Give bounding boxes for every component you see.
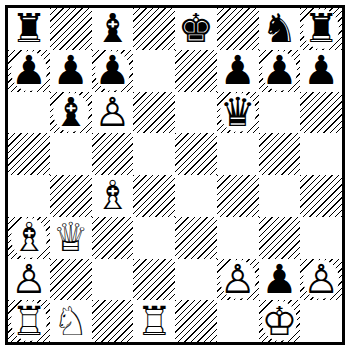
piece-black-rook: ♜ bbox=[11, 8, 47, 49]
square-e8[interactable]: ♚ bbox=[175, 8, 217, 50]
chess-board-frame: ♜♝♚♞♜♟♟♟♟♟♟♝♙♛♗♗♕♙♙♟♙♖♘♖♔ bbox=[5, 5, 345, 345]
piece-black-queen: ♛ bbox=[220, 92, 256, 133]
square-f1[interactable] bbox=[217, 300, 259, 342]
piece-black-bishop: ♝ bbox=[53, 92, 89, 133]
piece-white-bishop: ♗ bbox=[11, 217, 47, 258]
square-f5[interactable] bbox=[217, 133, 259, 175]
piece-white-bishop: ♗ bbox=[94, 175, 130, 216]
square-g5[interactable] bbox=[259, 133, 301, 175]
square-e2[interactable] bbox=[175, 259, 217, 301]
square-h8[interactable]: ♜ bbox=[300, 8, 342, 50]
square-e7[interactable] bbox=[175, 50, 217, 92]
square-b8[interactable] bbox=[50, 8, 92, 50]
square-f3[interactable] bbox=[217, 217, 259, 259]
square-e3[interactable] bbox=[175, 217, 217, 259]
square-f8[interactable] bbox=[217, 8, 259, 50]
square-g8[interactable]: ♞ bbox=[259, 8, 301, 50]
piece-black-pawn: ♟ bbox=[94, 50, 130, 91]
piece-white-king: ♔ bbox=[261, 301, 297, 342]
square-h6[interactable] bbox=[300, 92, 342, 134]
square-g7[interactable]: ♟ bbox=[259, 50, 301, 92]
piece-white-rook: ♖ bbox=[136, 301, 172, 342]
square-d5[interactable] bbox=[133, 133, 175, 175]
square-h7[interactable]: ♟ bbox=[300, 50, 342, 92]
square-e6[interactable] bbox=[175, 92, 217, 134]
square-e5[interactable] bbox=[175, 133, 217, 175]
square-c1[interactable] bbox=[92, 300, 134, 342]
square-a6[interactable] bbox=[8, 92, 50, 134]
square-g2[interactable]: ♟ bbox=[259, 259, 301, 301]
piece-black-pawn: ♟ bbox=[53, 50, 89, 91]
square-b7[interactable]: ♟ bbox=[50, 50, 92, 92]
square-d1[interactable]: ♖ bbox=[133, 300, 175, 342]
square-g4[interactable] bbox=[259, 175, 301, 217]
piece-black-pawn: ♟ bbox=[303, 50, 339, 91]
square-g1[interactable]: ♔ bbox=[259, 300, 301, 342]
square-b2[interactable] bbox=[50, 259, 92, 301]
piece-white-pawn: ♙ bbox=[220, 259, 256, 300]
square-a4[interactable] bbox=[8, 175, 50, 217]
piece-white-pawn: ♙ bbox=[303, 259, 339, 300]
square-g6[interactable] bbox=[259, 92, 301, 134]
square-c6[interactable]: ♙ bbox=[92, 92, 134, 134]
square-c4[interactable]: ♗ bbox=[92, 175, 134, 217]
piece-white-queen: ♕ bbox=[53, 217, 89, 258]
square-e1[interactable] bbox=[175, 300, 217, 342]
square-c3[interactable] bbox=[92, 217, 134, 259]
square-a1[interactable]: ♖ bbox=[8, 300, 50, 342]
square-h2[interactable]: ♙ bbox=[300, 259, 342, 301]
piece-black-pawn: ♟ bbox=[261, 50, 297, 91]
square-b6[interactable]: ♝ bbox=[50, 92, 92, 134]
piece-black-rook: ♜ bbox=[303, 8, 339, 49]
square-f6[interactable]: ♛ bbox=[217, 92, 259, 134]
square-c2[interactable] bbox=[92, 259, 134, 301]
square-h3[interactable] bbox=[300, 217, 342, 259]
piece-black-knight: ♞ bbox=[261, 8, 297, 49]
square-b1[interactable]: ♘ bbox=[50, 300, 92, 342]
piece-black-bishop: ♝ bbox=[94, 8, 130, 49]
piece-white-rook: ♖ bbox=[11, 301, 47, 342]
square-g3[interactable] bbox=[259, 217, 301, 259]
square-d6[interactable] bbox=[133, 92, 175, 134]
square-c8[interactable]: ♝ bbox=[92, 8, 134, 50]
piece-black-pawn: ♟ bbox=[220, 50, 256, 91]
chess-board: ♜♝♚♞♜♟♟♟♟♟♟♝♙♛♗♗♕♙♙♟♙♖♘♖♔ bbox=[8, 8, 342, 342]
square-b5[interactable] bbox=[50, 133, 92, 175]
square-d2[interactable] bbox=[133, 259, 175, 301]
piece-white-pawn: ♙ bbox=[11, 259, 47, 300]
square-d7[interactable] bbox=[133, 50, 175, 92]
square-a5[interactable] bbox=[8, 133, 50, 175]
piece-black-pawn: ♟ bbox=[261, 259, 297, 300]
square-d4[interactable] bbox=[133, 175, 175, 217]
square-f7[interactable]: ♟ bbox=[217, 50, 259, 92]
square-c5[interactable] bbox=[92, 133, 134, 175]
square-a8[interactable]: ♜ bbox=[8, 8, 50, 50]
square-h4[interactable] bbox=[300, 175, 342, 217]
square-b3[interactable]: ♕ bbox=[50, 217, 92, 259]
square-b4[interactable] bbox=[50, 175, 92, 217]
piece-black-pawn: ♟ bbox=[11, 50, 47, 91]
square-d3[interactable] bbox=[133, 217, 175, 259]
square-f2[interactable]: ♙ bbox=[217, 259, 259, 301]
chess-diagram-page: ♜♝♚♞♜♟♟♟♟♟♟♝♙♛♗♗♕♙♙♟♙♖♘♖♔ bbox=[0, 0, 350, 350]
square-d8[interactable] bbox=[133, 8, 175, 50]
square-a7[interactable]: ♟ bbox=[8, 50, 50, 92]
square-e4[interactable] bbox=[175, 175, 217, 217]
piece-black-king: ♚ bbox=[178, 8, 214, 49]
square-a2[interactable]: ♙ bbox=[8, 259, 50, 301]
piece-white-knight: ♘ bbox=[53, 301, 89, 342]
square-h1[interactable] bbox=[300, 300, 342, 342]
square-h5[interactable] bbox=[300, 133, 342, 175]
piece-white-pawn: ♙ bbox=[94, 92, 130, 133]
square-f4[interactable] bbox=[217, 175, 259, 217]
square-a3[interactable]: ♗ bbox=[8, 217, 50, 259]
square-c7[interactable]: ♟ bbox=[92, 50, 134, 92]
